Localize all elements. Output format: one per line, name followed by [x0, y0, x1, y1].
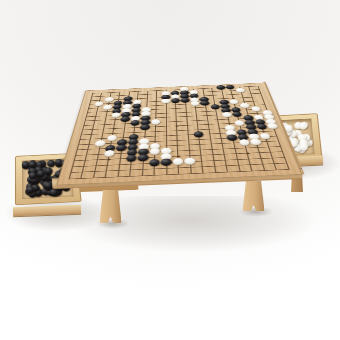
intersection[interactable] [208, 169, 221, 176]
left-drawer-front-face [13, 205, 81, 217]
intersection-grid [61, 84, 295, 182]
board-leg-front-right [243, 181, 264, 211]
intersection[interactable] [111, 173, 124, 180]
black-tray-stone [47, 159, 55, 167]
go-set-photo [0, 0, 340, 340]
intersection[interactable] [148, 172, 160, 179]
board-surface [56, 83, 302, 186]
black-tray-stone [45, 167, 53, 175]
intersection[interactable] [184, 170, 197, 177]
go-board [56, 83, 302, 186]
intersection[interactable] [172, 171, 184, 178]
intersection[interactable] [281, 166, 295, 173]
intersection[interactable] [160, 171, 172, 178]
intersection[interactable] [123, 173, 136, 180]
intersection[interactable] [196, 169, 209, 176]
board-leg-front-left [100, 190, 121, 223]
board-cast-shadow [62, 196, 322, 254]
white-tray-stone [299, 123, 307, 131]
intersection[interactable] [135, 172, 148, 179]
